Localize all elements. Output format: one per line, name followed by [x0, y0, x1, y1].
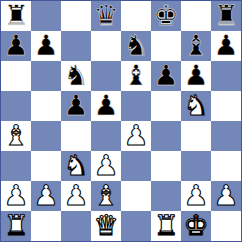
square-g5[interactable]: ♞: [181, 91, 211, 121]
square-c6[interactable]: ♞: [61, 61, 91, 91]
black-pawn: ♟: [3, 32, 28, 60]
square-f8[interactable]: ♚: [151, 1, 181, 31]
black-bishop: ♝: [183, 32, 208, 60]
black-queen: ♛: [93, 2, 118, 30]
square-a8[interactable]: ♜: [1, 1, 31, 31]
white-pawn: ♟: [123, 122, 148, 150]
square-a1[interactable]: ♜: [1, 211, 31, 241]
square-f6[interactable]: ♟: [151, 61, 181, 91]
black-knight: ♞: [63, 62, 88, 90]
white-pawn: ♟: [3, 182, 28, 210]
square-f5[interactable]: [151, 91, 181, 121]
square-b4[interactable]: [31, 121, 61, 151]
white-knight: ♞: [183, 92, 208, 120]
square-c3[interactable]: ♞: [61, 151, 91, 181]
square-a4[interactable]: ♝: [1, 121, 31, 151]
white-bishop: ♝: [93, 182, 118, 210]
square-h6[interactable]: [211, 61, 241, 91]
square-f7[interactable]: [151, 31, 181, 61]
square-e4[interactable]: ♟: [121, 121, 151, 151]
square-c1[interactable]: [61, 211, 91, 241]
square-c2[interactable]: ♟: [61, 181, 91, 211]
square-f1[interactable]: ♜: [151, 211, 181, 241]
square-a6[interactable]: [1, 61, 31, 91]
square-d8[interactable]: ♛: [91, 1, 121, 31]
square-h7[interactable]: ♟: [211, 31, 241, 61]
square-d5[interactable]: ♟: [91, 91, 121, 121]
white-pawn: ♟: [93, 152, 118, 180]
white-pawn: ♟: [63, 182, 88, 210]
square-g3[interactable]: [181, 151, 211, 181]
square-e1[interactable]: [121, 211, 151, 241]
square-e6[interactable]: ♝: [121, 61, 151, 91]
white-rook: ♜: [153, 212, 178, 240]
square-b3[interactable]: [31, 151, 61, 181]
white-bishop: ♝: [3, 122, 28, 150]
square-h5[interactable]: [211, 91, 241, 121]
square-b7[interactable]: ♟: [31, 31, 61, 61]
square-d1[interactable]: ♛: [91, 211, 121, 241]
square-c5[interactable]: ♟: [61, 91, 91, 121]
square-c4[interactable]: [61, 121, 91, 151]
square-g1[interactable]: ♚: [181, 211, 211, 241]
square-f3[interactable]: [151, 151, 181, 181]
white-queen: ♛: [93, 212, 118, 240]
square-d3[interactable]: ♟: [91, 151, 121, 181]
black-rook: ♜: [213, 2, 238, 30]
square-d7[interactable]: [91, 31, 121, 61]
black-pawn: ♟: [63, 92, 88, 120]
square-g6[interactable]: ♟: [181, 61, 211, 91]
black-pawn: ♟: [153, 62, 178, 90]
white-rook: ♜: [3, 212, 28, 240]
square-e8[interactable]: [121, 1, 151, 31]
square-e2[interactable]: [121, 181, 151, 211]
black-pawn: ♟: [213, 32, 238, 60]
square-g8[interactable]: [181, 1, 211, 31]
square-c8[interactable]: [61, 1, 91, 31]
white-pawn: ♟: [33, 182, 58, 210]
square-e7[interactable]: ♞: [121, 31, 151, 61]
square-h1[interactable]: [211, 211, 241, 241]
square-d6[interactable]: [91, 61, 121, 91]
square-h2[interactable]: ♟: [211, 181, 241, 211]
square-a3[interactable]: [1, 151, 31, 181]
square-h4[interactable]: [211, 121, 241, 151]
square-b8[interactable]: [31, 1, 61, 31]
square-d4[interactable]: [91, 121, 121, 151]
black-knight: ♞: [123, 32, 148, 60]
square-a2[interactable]: ♟: [1, 181, 31, 211]
square-h3[interactable]: [211, 151, 241, 181]
white-pawn: ♟: [213, 182, 238, 210]
square-c7[interactable]: [61, 31, 91, 61]
square-f4[interactable]: [151, 121, 181, 151]
square-b2[interactable]: ♟: [31, 181, 61, 211]
square-g7[interactable]: ♝: [181, 31, 211, 61]
black-rook: ♜: [3, 2, 28, 30]
black-bishop: ♝: [123, 62, 148, 90]
square-e3[interactable]: [121, 151, 151, 181]
square-a5[interactable]: [1, 91, 31, 121]
black-pawn: ♟: [93, 92, 118, 120]
square-b5[interactable]: [31, 91, 61, 121]
square-b1[interactable]: [31, 211, 61, 241]
square-b6[interactable]: [31, 61, 61, 91]
black-pawn: ♟: [183, 62, 208, 90]
square-d2[interactable]: ♝: [91, 181, 121, 211]
white-king: ♚: [183, 212, 208, 240]
square-e5[interactable]: [121, 91, 151, 121]
square-h8[interactable]: ♜: [211, 1, 241, 31]
black-pawn: ♟: [33, 32, 58, 60]
square-g2[interactable]: ♟: [181, 181, 211, 211]
chess-board: ♜♛♚♜♟♟♞♝♟♞♝♟♟♟♟♞♝♟♞♟♟♟♟♝♟♟♜♛♜♚: [0, 0, 242, 242]
white-knight: ♞: [63, 152, 88, 180]
white-pawn: ♟: [183, 182, 208, 210]
square-f2[interactable]: [151, 181, 181, 211]
black-king: ♚: [153, 2, 178, 30]
square-a7[interactable]: ♟: [1, 31, 31, 61]
square-g4[interactable]: [181, 121, 211, 151]
